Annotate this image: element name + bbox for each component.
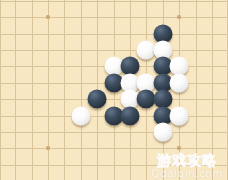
white-stone bbox=[71, 106, 90, 125]
grid-vline bbox=[32, 0, 33, 180]
grid-vline bbox=[196, 0, 197, 180]
grid-vline bbox=[0, 0, 1, 180]
white-stone bbox=[170, 73, 189, 92]
grid-hline bbox=[0, 99, 228, 100]
grid-hline bbox=[0, 132, 228, 133]
gomoku-board[interactable]: 游戏攻略 Qqaiqin.com bbox=[0, 0, 228, 180]
star-point bbox=[46, 15, 50, 19]
star-point bbox=[177, 15, 181, 19]
grid-vline bbox=[64, 0, 65, 180]
grid-hline bbox=[0, 148, 228, 149]
white-stone bbox=[153, 123, 172, 142]
black-stone bbox=[121, 106, 140, 125]
white-stone bbox=[170, 106, 189, 125]
grid-hline bbox=[0, 1, 228, 2]
grid-vline bbox=[81, 0, 82, 180]
grid-hline bbox=[0, 34, 228, 35]
grid-vline bbox=[15, 0, 16, 180]
grid-hline bbox=[0, 50, 228, 51]
grid-hline bbox=[0, 165, 228, 166]
star-point bbox=[46, 146, 50, 150]
grid-vline bbox=[212, 0, 213, 180]
grid-vline bbox=[227, 0, 228, 180]
grid-vline bbox=[48, 0, 49, 180]
star-point bbox=[177, 146, 181, 150]
grid-hline bbox=[0, 17, 228, 18]
black-stone bbox=[88, 90, 107, 109]
